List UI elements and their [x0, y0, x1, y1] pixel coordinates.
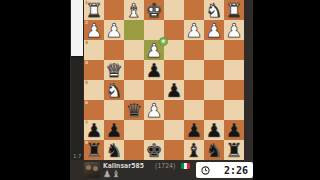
square-e4[interactable]: ♟ — [144, 60, 164, 80]
square-b6[interactable] — [204, 100, 224, 120]
square-h4[interactable]: 4 — [84, 60, 104, 80]
white-pawn: ♟ — [225, 20, 242, 40]
evaluation-bar: 1.7 — [71, 0, 83, 160]
square-e6[interactable]: ♟ — [144, 100, 164, 120]
square-b4[interactable] — [204, 60, 224, 80]
black-pawn: ♟ — [105, 120, 122, 140]
square-e8[interactable]: ♚ — [144, 140, 164, 160]
rank-label-6: 6 — [85, 100, 88, 105]
square-h7[interactable]: 7♟ — [84, 120, 104, 140]
square-b3[interactable] — [204, 40, 224, 60]
square-g2[interactable]: ♟ — [104, 20, 124, 40]
square-h6[interactable]: 6 — [84, 100, 104, 120]
rank-label-2: 2 — [85, 20, 88, 25]
eval-score-label: 1.7 — [73, 153, 80, 159]
square-e1[interactable]: ♚ — [144, 0, 164, 20]
square-g3[interactable] — [104, 40, 124, 60]
black-pawn: ♟ — [185, 120, 202, 140]
square-e5[interactable] — [144, 80, 164, 100]
black-king: ♚ — [145, 140, 162, 160]
square-a8[interactable]: ♜ — [224, 140, 244, 160]
square-d6[interactable] — [164, 100, 184, 120]
square-g1[interactable] — [104, 0, 124, 20]
black-queen: ♛ — [125, 100, 142, 120]
square-c4[interactable] — [184, 60, 204, 80]
bottom-player-bar: Kalinsar585 (1724) ♟♝ 2:26 — [70, 160, 253, 180]
black-pawn: ♟ — [225, 120, 242, 140]
square-b2[interactable]: ♟ — [204, 20, 224, 40]
square-e7[interactable] — [144, 120, 164, 140]
square-c3[interactable] — [184, 40, 204, 60]
white-pawn: ♟ — [105, 20, 122, 40]
square-d4[interactable] — [164, 60, 184, 80]
square-g8[interactable]: ♞ — [104, 140, 124, 160]
rank-label-4: 4 — [85, 60, 88, 65]
chess-board[interactable]: 1♜♝♚♞♜2♟♟♟♟♟3♟4♛♟5♞♟6♛♟7♟♟♟♟♟8♜♞♚♝♞♜ — [84, 0, 244, 160]
square-h8[interactable]: 8♜ — [84, 140, 104, 160]
rank-label-5: 5 — [85, 80, 88, 85]
square-f6[interactable]: ♛ — [124, 100, 144, 120]
white-knight: ♞ — [205, 0, 222, 20]
square-d2[interactable] — [164, 20, 184, 40]
square-a7[interactable]: ♟ — [224, 120, 244, 140]
square-f3[interactable] — [124, 40, 144, 60]
square-d1[interactable] — [164, 0, 184, 20]
square-c6[interactable] — [184, 100, 204, 120]
player-clock: 2:26 — [196, 162, 253, 178]
square-d7[interactable] — [164, 120, 184, 140]
rank-label-1: 1 — [85, 0, 88, 5]
italy-flag-icon — [181, 163, 190, 169]
captured-pieces-tray: ♟♝ — [103, 169, 121, 179]
square-f4[interactable] — [124, 60, 144, 80]
square-b1[interactable]: ♞ — [204, 0, 224, 20]
square-a2[interactable]: ♟ — [224, 20, 244, 40]
eval-white-segment — [71, 0, 83, 56]
white-pawn: ♟ — [145, 100, 162, 120]
white-pawn: ♟ — [205, 20, 222, 40]
square-f5[interactable] — [124, 80, 144, 100]
square-d8[interactable] — [164, 140, 184, 160]
square-h3[interactable]: 3 — [84, 40, 104, 60]
square-a3[interactable] — [224, 40, 244, 60]
square-b5[interactable] — [204, 80, 224, 100]
black-knight: ♞ — [105, 140, 122, 160]
square-c1[interactable] — [184, 0, 204, 20]
white-rook: ♜ — [225, 0, 242, 20]
chess-app: 1.7 1♜♝♚♞♜2♟♟♟♟♟3♟4♛♟5♞♟6♛♟7♟♟♟♟♟8♜♞♚♝♞♜… — [70, 0, 253, 180]
square-a4[interactable] — [224, 60, 244, 80]
rank-label-3: 3 — [85, 40, 88, 45]
white-queen: ♛ — [105, 60, 122, 80]
square-g4[interactable]: ♛ — [104, 60, 124, 80]
square-g7[interactable]: ♟ — [104, 120, 124, 140]
square-c5[interactable] — [184, 80, 204, 100]
captured-white-pawn-icon: ♟ — [103, 169, 112, 179]
white-knight: ♞ — [105, 80, 122, 100]
video-frame: 1.7 1♜♝♚♞♜2♟♟♟♟♟3♟4♛♟5♞♟6♛♟7♟♟♟♟♟8♜♞♚♝♞♜… — [0, 0, 320, 180]
square-f1[interactable]: ♝ — [124, 0, 144, 20]
white-pawn: ♟ — [185, 20, 202, 40]
square-b7[interactable]: ♟ — [204, 120, 224, 140]
black-pawn: ♟ — [165, 80, 182, 100]
square-h1[interactable]: 1♜ — [84, 0, 104, 20]
square-g5[interactable]: ♞ — [104, 80, 124, 100]
square-a5[interactable] — [224, 80, 244, 100]
square-a6[interactable] — [224, 100, 244, 120]
square-c8[interactable]: ♝ — [184, 140, 204, 160]
white-king: ♚ — [145, 0, 162, 20]
letterbox-left — [0, 0, 70, 180]
square-c2[interactable]: ♟ — [184, 20, 204, 40]
clock-icon — [201, 166, 210, 175]
player-username[interactable]: Kalinsar585 — [103, 162, 144, 169]
black-knight: ♞ — [205, 140, 222, 160]
black-bishop: ♝ — [185, 140, 202, 160]
square-h5[interactable]: 5 — [84, 80, 104, 100]
black-pawn: ♟ — [205, 120, 222, 140]
best-move-star-icon: ★ — [159, 37, 168, 46]
square-f2[interactable] — [124, 20, 144, 40]
square-f7[interactable] — [124, 120, 144, 140]
rank-label-8: 8 — [85, 140, 88, 145]
square-f8[interactable] — [124, 140, 144, 160]
square-a1[interactable]: ♜ — [224, 0, 244, 20]
letterbox-right — [253, 0, 320, 180]
captured-white-bishop-icon: ♝ — [112, 169, 121, 179]
player-avatar[interactable] — [84, 162, 100, 178]
square-d5[interactable]: ♟ — [164, 80, 184, 100]
square-c7[interactable]: ♟ — [184, 120, 204, 140]
player-rating: (1724) — [155, 162, 175, 169]
white-bishop: ♝ — [125, 0, 142, 20]
rank-label-7: 7 — [85, 120, 88, 125]
clock-time: 2:26 — [224, 165, 248, 176]
black-pawn: ♟ — [145, 60, 162, 80]
square-g6[interactable] — [104, 100, 124, 120]
square-h2[interactable]: 2♟ — [84, 20, 104, 40]
square-b8[interactable]: ♞ — [204, 140, 224, 160]
black-rook: ♜ — [225, 140, 242, 160]
